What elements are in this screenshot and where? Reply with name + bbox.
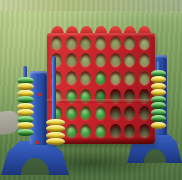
board-cell-c6-r1[interactable]: [123, 34, 138, 52]
green-disc: [80, 124, 91, 138]
board-cell-c6-r5[interactable]: [123, 105, 138, 123]
board-cell-c5-r3[interactable]: [108, 69, 123, 87]
board-cell-c4-r5[interactable]: [93, 105, 108, 123]
scene: [0, 0, 182, 180]
green-disc: [95, 71, 106, 85]
board-cell-c6-r2[interactable]: [123, 52, 138, 70]
empty-hole: [139, 106, 150, 120]
empty-hole: [124, 53, 135, 67]
empty-hole: [110, 124, 121, 138]
spare-stack-left-front: [46, 119, 65, 145]
empty-hole: [139, 53, 150, 67]
empty-hole: [110, 36, 121, 50]
board-cell-c7-r3[interactable]: [137, 69, 152, 87]
post-red-detail: [35, 141, 39, 144]
board-cell-c3-r2[interactable]: [78, 52, 93, 70]
green-disc: [95, 124, 106, 138]
left-front-peg-pole: [52, 56, 56, 122]
board-cell-c5-r5[interactable]: [108, 105, 123, 123]
board-cell-c5-r1[interactable]: [108, 34, 123, 52]
empty-hole: [66, 53, 77, 67]
board-cell-c1-r1[interactable]: [49, 34, 64, 52]
spare-disc-yellow[interactable]: [17, 83, 34, 90]
spare-disc-green[interactable]: [17, 129, 34, 136]
empty-hole: [110, 106, 121, 120]
spare-stack-right: [151, 70, 166, 129]
board-cell-c2-r3[interactable]: [64, 69, 79, 87]
spare-disc-green[interactable]: [151, 115, 166, 122]
empty-hole: [66, 36, 77, 50]
empty-hole: [124, 106, 135, 120]
empty-hole: [124, 71, 135, 85]
board-cell-c3-r1[interactable]: [78, 34, 93, 52]
green-disc: [66, 124, 77, 138]
board-cell-c7-r1[interactable]: [137, 34, 152, 52]
spare-disc-green[interactable]: [151, 102, 166, 109]
right-foot-arch: [144, 149, 166, 163]
spare-stack-left-rear: [17, 77, 34, 136]
spare-disc-yellow[interactable]: [46, 125, 65, 132]
board-cell-c6-r3[interactable]: [123, 69, 138, 87]
board-cell-c4-r3[interactable]: [93, 69, 108, 87]
board-cell-c3-r3[interactable]: [78, 69, 93, 87]
green-disc: [95, 106, 106, 120]
spare-disc-yellow[interactable]: [17, 109, 34, 116]
empty-hole: [51, 36, 62, 50]
spare-disc-green[interactable]: [17, 96, 34, 103]
spare-disc-yellow[interactable]: [151, 76, 166, 83]
empty-hole: [110, 53, 121, 67]
empty-hole: [66, 71, 77, 85]
spare-disc-yellow[interactable]: [151, 122, 166, 129]
empty-hole: [80, 53, 91, 67]
empty-hole: [95, 36, 106, 50]
empty-hole: [95, 53, 106, 67]
board-cell-c2-r2[interactable]: [64, 52, 79, 70]
empty-hole: [80, 36, 91, 50]
spare-disc-yellow[interactable]: [46, 138, 65, 145]
green-disc: [80, 106, 91, 120]
board-cell-c5-r2[interactable]: [108, 52, 123, 70]
post-red-detail: [38, 93, 42, 96]
spare-disc-yellow[interactable]: [151, 89, 166, 96]
empty-hole: [110, 71, 121, 85]
empty-hole: [139, 124, 150, 138]
board-cell-c2-r5[interactable]: [64, 105, 79, 123]
board-cell-c2-r1[interactable]: [64, 34, 79, 52]
board-cell-c4-r2[interactable]: [93, 52, 108, 70]
green-disc: [66, 106, 77, 120]
spare-disc-yellow[interactable]: [17, 122, 34, 129]
board-cell-c7-r2[interactable]: [137, 52, 152, 70]
board-mid-rail: [47, 99, 155, 103]
empty-hole: [139, 36, 150, 50]
board-cell-c4-r1[interactable]: [93, 34, 108, 52]
empty-hole: [124, 124, 135, 138]
board-cell-c7-r5[interactable]: [137, 105, 152, 123]
left-foot-arch: [21, 158, 49, 175]
empty-hole: [80, 71, 91, 85]
empty-hole: [124, 36, 135, 50]
empty-hole: [139, 71, 150, 85]
board-cell-c3-r5[interactable]: [78, 105, 93, 123]
